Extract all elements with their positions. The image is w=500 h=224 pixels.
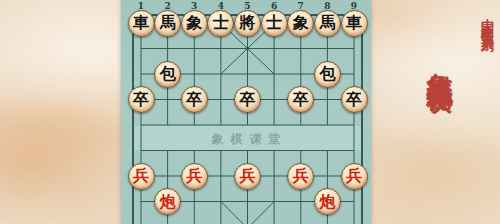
piece-glyph: 兵 bbox=[293, 168, 309, 184]
piece-black-soldier[interactable]: 卒 bbox=[128, 86, 155, 113]
piece-black-chariot[interactable]: 車 bbox=[341, 10, 368, 37]
piece-glyph: 馬 bbox=[319, 15, 335, 31]
piece-black-elephant[interactable]: 象 bbox=[287, 10, 314, 37]
piece-black-horse[interactable]: 馬 bbox=[314, 10, 341, 37]
piece-glyph: 兵 bbox=[186, 168, 202, 184]
river-watermark: 象棋课堂 bbox=[121, 131, 371, 148]
piece-black-horse[interactable]: 馬 bbox=[154, 10, 181, 37]
cover-title: 象棋速胜秘诀 bbox=[423, 52, 458, 70]
piece-glyph: 士 bbox=[213, 15, 229, 31]
piece-black-general[interactable]: 將 bbox=[234, 10, 261, 37]
piece-glyph: 炮 bbox=[160, 193, 176, 209]
xiangqi-board: 123456789 象棋课堂 車馬象士將士象馬車包包卒卒卒卒卒兵兵兵兵兵炮炮 bbox=[121, 0, 371, 224]
piece-black-chariot[interactable]: 車 bbox=[128, 10, 155, 37]
piece-red-soldier[interactable]: 兵 bbox=[234, 163, 261, 190]
piece-glyph: 卒 bbox=[346, 91, 362, 107]
piece-red-cannon[interactable]: 炮 bbox=[154, 188, 181, 215]
piece-glyph: 兵 bbox=[133, 168, 149, 184]
piece-black-soldier[interactable]: 卒 bbox=[234, 86, 261, 113]
piece-black-advisor[interactable]: 士 bbox=[207, 10, 234, 37]
piece-black-soldier[interactable]: 卒 bbox=[181, 86, 208, 113]
book-cover-page: 123456789 象棋课堂 車馬象士將士象馬車包包卒卒卒卒卒兵兵兵兵兵炮炮 象… bbox=[0, 0, 500, 224]
piece-glyph: 車 bbox=[346, 15, 362, 31]
piece-black-advisor[interactable]: 士 bbox=[261, 10, 288, 37]
piece-glyph: 包 bbox=[319, 66, 335, 82]
piece-glyph: 卒 bbox=[293, 91, 309, 107]
piece-black-soldier[interactable]: 卒 bbox=[341, 86, 368, 113]
piece-red-soldier[interactable]: 兵 bbox=[181, 163, 208, 190]
piece-glyph: 將 bbox=[240, 15, 256, 31]
piece-glyph: 卒 bbox=[186, 91, 202, 107]
piece-glyph: 兵 bbox=[240, 168, 256, 184]
piece-red-soldier[interactable]: 兵 bbox=[341, 163, 368, 190]
piece-glyph: 象 bbox=[186, 15, 202, 31]
piece-black-cannon[interactable]: 包 bbox=[314, 61, 341, 88]
piece-glyph: 包 bbox=[160, 66, 176, 82]
piece-red-soldier[interactable]: 兵 bbox=[287, 163, 314, 190]
piece-glyph: 卒 bbox=[133, 91, 149, 107]
piece-glyph: 兵 bbox=[346, 168, 362, 184]
piece-glyph: 車 bbox=[133, 15, 149, 31]
piece-glyph: 象 bbox=[293, 15, 309, 31]
piece-glyph: 馬 bbox=[160, 15, 176, 31]
series-title: 中国象棋宝典系列 bbox=[478, 8, 496, 32]
piece-glyph: 卒 bbox=[240, 91, 256, 107]
piece-red-cannon[interactable]: 炮 bbox=[314, 188, 341, 215]
piece-glyph: 炮 bbox=[319, 193, 335, 209]
piece-black-elephant[interactable]: 象 bbox=[181, 10, 208, 37]
piece-black-cannon[interactable]: 包 bbox=[154, 61, 181, 88]
piece-glyph: 士 bbox=[266, 15, 282, 31]
piece-red-soldier[interactable]: 兵 bbox=[128, 163, 155, 190]
